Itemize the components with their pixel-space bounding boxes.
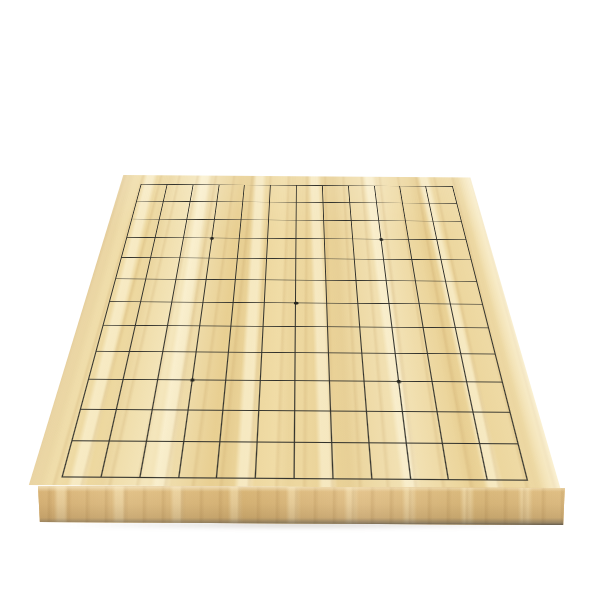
- board-cell[interactable]: [155, 219, 187, 238]
- board-cell[interactable]: [442, 260, 477, 282]
- board-cell[interactable]: [132, 201, 163, 219]
- board-cell[interactable]: [367, 411, 407, 444]
- board-cell[interactable]: [212, 220, 242, 239]
- board-cell[interactable]: [326, 280, 358, 303]
- board-cell[interactable]: [389, 304, 424, 328]
- board-cell[interactable]: [297, 186, 324, 203]
- board-cell[interactable]: [200, 302, 234, 326]
- board-cell[interactable]: [229, 327, 263, 353]
- board-cell[interactable]: [158, 352, 196, 380]
- board-cell[interactable]: [243, 185, 270, 202]
- board-cell[interactable]: [296, 280, 327, 303]
- star-point: [209, 237, 214, 240]
- board-cell[interactable]: [260, 381, 296, 411]
- goban-product-photo: [0, 0, 600, 600]
- board-cell[interactable]: [350, 203, 379, 221]
- board-cell[interactable]: [386, 281, 420, 304]
- board-cell[interactable]: [323, 186, 350, 203]
- board-cell[interactable]: [184, 410, 224, 443]
- star-point: [379, 238, 384, 241]
- board-cell[interactable]: [196, 326, 232, 352]
- board-cell[interactable]: [297, 202, 324, 220]
- board-cell[interactable]: [238, 239, 268, 259]
- board-cell[interactable]: [295, 353, 329, 381]
- board-cell[interactable]: [416, 281, 451, 304]
- board-cell[interactable]: [232, 302, 265, 326]
- board-cell[interactable]: [329, 353, 364, 381]
- board-cell[interactable]: [456, 328, 495, 354]
- board-cell[interactable]: [369, 444, 410, 479]
- board-cell[interactable]: [328, 327, 362, 353]
- board-cell[interactable]: [261, 353, 296, 381]
- board-cell[interactable]: [236, 259, 267, 280]
- board-cell[interactable]: [356, 281, 389, 304]
- board-cell[interactable]: [430, 203, 461, 221]
- go-board-top-surface: [29, 175, 561, 489]
- board-cell[interactable]: [188, 380, 227, 410]
- board-cell[interactable]: [117, 380, 158, 410]
- board-cell[interactable]: [434, 221, 466, 240]
- board-cell[interactable]: [168, 302, 203, 326]
- board-cell[interactable]: [269, 202, 297, 220]
- board-cell[interactable]: [377, 203, 407, 221]
- star-point: [396, 380, 402, 384]
- board-cell[interactable]: [354, 259, 386, 280]
- board-cell[interactable]: [384, 260, 417, 281]
- board-cell[interactable]: [147, 410, 189, 443]
- board-cell[interactable]: [325, 239, 355, 259]
- board-cell[interactable]: [151, 238, 184, 258]
- board-cell[interactable]: [327, 303, 360, 327]
- board-cell[interactable]: [446, 281, 482, 304]
- board-cell[interactable]: [392, 328, 428, 354]
- board-cell[interactable]: [227, 353, 263, 381]
- board-cell[interactable]: [467, 382, 509, 412]
- board-cell[interactable]: [437, 240, 470, 260]
- board-cell[interactable]: [403, 203, 433, 221]
- board-cell[interactable]: [481, 444, 527, 479]
- board-cell[interactable]: [192, 352, 229, 380]
- board-cell[interactable]: [140, 442, 183, 477]
- board-cell[interactable]: [141, 279, 176, 302]
- board-cell[interactable]: [172, 279, 206, 302]
- board-cell[interactable]: [296, 303, 328, 327]
- star-point: [189, 378, 195, 382]
- board-cell[interactable]: [176, 258, 209, 279]
- board-cell[interactable]: [217, 185, 245, 202]
- board-cell[interactable]: [179, 442, 221, 477]
- board-cell[interactable]: [127, 219, 159, 238]
- board-cell[interactable]: [102, 442, 147, 477]
- board-cell[interactable]: [164, 185, 194, 202]
- board-cell[interactable]: [240, 220, 269, 239]
- board-cell[interactable]: [395, 354, 433, 382]
- board-cell[interactable]: [324, 220, 353, 239]
- board-cell[interactable]: [406, 221, 437, 240]
- board-cell[interactable]: [474, 412, 518, 445]
- board-cell[interactable]: [265, 280, 296, 303]
- board-cell[interactable]: [399, 382, 438, 412]
- board-cell[interactable]: [358, 303, 392, 327]
- board-cell[interactable]: [295, 443, 334, 478]
- board-cell[interactable]: [349, 186, 377, 203]
- board-cell[interactable]: [160, 201, 191, 219]
- board-cell[interactable]: [190, 185, 219, 202]
- board-cell[interactable]: [180, 238, 212, 258]
- board-cell[interactable]: [381, 240, 413, 260]
- board-cell[interactable]: [242, 202, 270, 220]
- board-cell[interactable]: [402, 412, 443, 445]
- board-cell[interactable]: [123, 352, 162, 380]
- board-cell[interactable]: [187, 202, 217, 220]
- board-cell[interactable]: [136, 302, 172, 326]
- board-cell[interactable]: [295, 411, 332, 444]
- board-cell[interactable]: [409, 240, 441, 260]
- board-cell[interactable]: [184, 219, 215, 238]
- board-cell[interactable]: [224, 380, 261, 410]
- board-cell[interactable]: [266, 259, 296, 280]
- board-cell[interactable]: [203, 280, 236, 303]
- board-cell[interactable]: [462, 354, 502, 382]
- board-cell[interactable]: [296, 327, 329, 353]
- board-cell[interactable]: [130, 326, 168, 352]
- board-cell[interactable]: [362, 354, 399, 382]
- board-cell[interactable]: [351, 221, 381, 240]
- board-cell[interactable]: [296, 259, 326, 280]
- board-cell[interactable]: [206, 258, 238, 279]
- board-cell[interactable]: [379, 221, 410, 240]
- board-cell[interactable]: [109, 410, 152, 442]
- board-cell[interactable]: [295, 381, 331, 411]
- board-cell[interactable]: [332, 443, 372, 478]
- board-cell[interactable]: [296, 220, 324, 239]
- star-point: [294, 301, 299, 304]
- board-cell[interactable]: [152, 380, 192, 410]
- board-cell[interactable]: [330, 381, 367, 411]
- board-cell[interactable]: [262, 327, 295, 353]
- board-cell[interactable]: [451, 304, 488, 328]
- board-cell[interactable]: [268, 220, 296, 239]
- go-grid: [61, 184, 528, 481]
- board-perspective-wrapper: [29, 175, 561, 489]
- board-cell[interactable]: [163, 326, 200, 352]
- board-cell[interactable]: [374, 186, 403, 203]
- board-cell[interactable]: [256, 443, 295, 478]
- board-cell[interactable]: [323, 203, 351, 221]
- board-cell[interactable]: [426, 187, 456, 204]
- board-cell[interactable]: [267, 239, 296, 259]
- board-cell[interactable]: [217, 443, 257, 478]
- board-cell[interactable]: [146, 258, 180, 279]
- board-cell[interactable]: [296, 239, 325, 259]
- board-cell[interactable]: [258, 411, 295, 444]
- board-cell[interactable]: [209, 238, 240, 258]
- board-cell[interactable]: [413, 260, 447, 282]
- board-cell[interactable]: [137, 185, 167, 202]
- board-cell[interactable]: [353, 239, 384, 259]
- board-cell[interactable]: [270, 185, 297, 202]
- board-cell[interactable]: [420, 304, 456, 328]
- board-cell[interactable]: [400, 186, 429, 203]
- board-cell[interactable]: [331, 411, 369, 444]
- board-cell[interactable]: [360, 328, 395, 354]
- board-cell[interactable]: [325, 259, 356, 280]
- board-cell[interactable]: [221, 410, 260, 443]
- board-cell[interactable]: [234, 280, 266, 303]
- board-cell[interactable]: [406, 444, 449, 479]
- board-cell[interactable]: [214, 202, 243, 220]
- board-cell[interactable]: [122, 238, 156, 258]
- board-shadow: [50, 521, 550, 529]
- board-cell[interactable]: [364, 381, 402, 411]
- board-cell[interactable]: [264, 303, 296, 327]
